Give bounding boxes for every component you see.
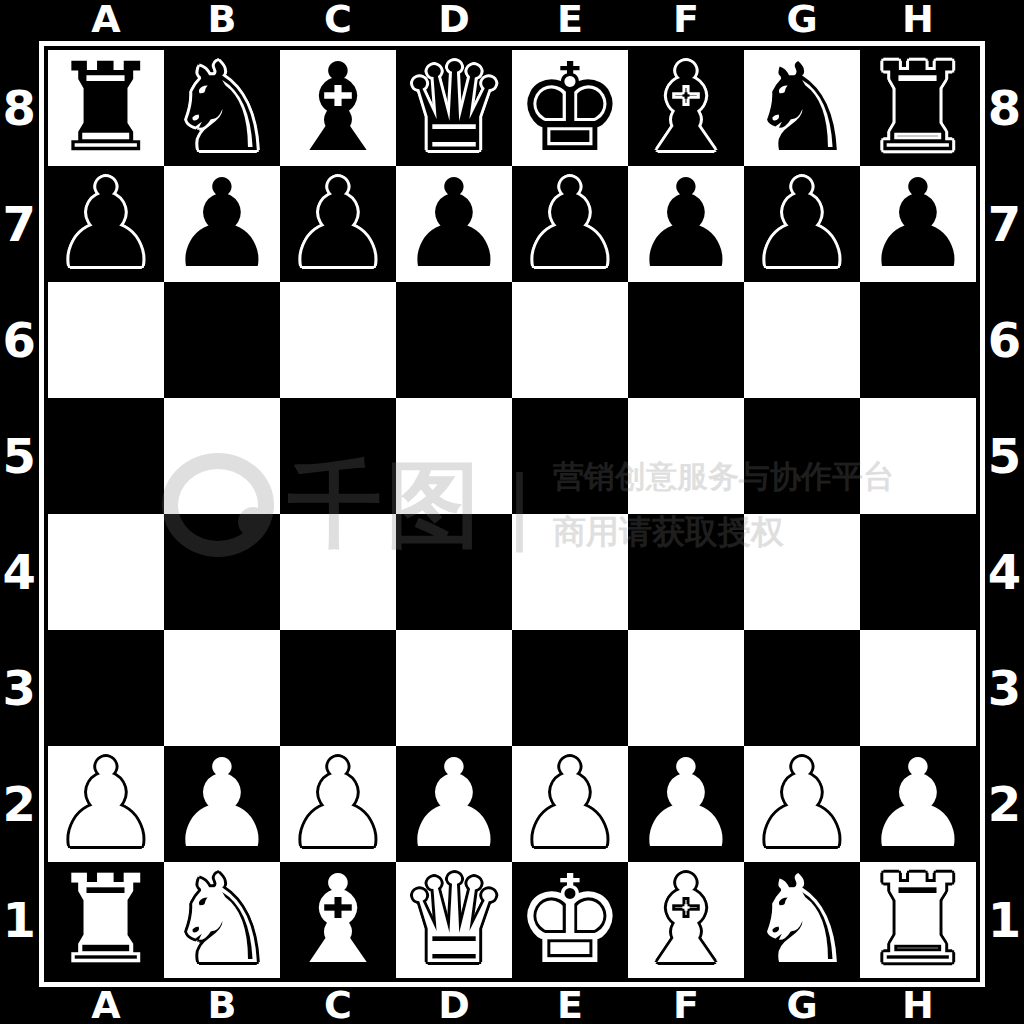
square-d4[interactable] [396, 514, 512, 630]
square-e3[interactable] [512, 630, 628, 746]
rank-labels-left: 87654321 [0, 50, 39, 978]
square-a2[interactable]: ♟ [48, 746, 164, 862]
black-pawn: ♟ [283, 166, 392, 282]
file-label-bottom-e: E [512, 986, 628, 1024]
square-c1[interactable]: ♝ [280, 862, 396, 978]
square-f8[interactable]: ♝ [628, 50, 744, 166]
file-labels-top: ABCDEFGH [48, 0, 976, 38]
square-f4[interactable] [628, 514, 744, 630]
square-b1[interactable]: ♞ [164, 862, 280, 978]
square-f1[interactable]: ♝ [628, 862, 744, 978]
rank-label-right-8: 8 [985, 50, 1024, 166]
rank-label-right-3: 3 [985, 630, 1024, 746]
black-pawn: ♟ [167, 166, 276, 282]
black-pawn: ♟ [631, 166, 740, 282]
board-frame: ♜♞♝♛♚♝♞♜♟♟♟♟♟♟♟♟♟♟♟♟♟♟♟♟♜♞♝♛♚♝♞♜ [39, 41, 985, 987]
square-b2[interactable]: ♟ [164, 746, 280, 862]
file-label-bottom-c: C [280, 986, 396, 1024]
square-d8[interactable]: ♛ [396, 50, 512, 166]
square-a5[interactable] [48, 398, 164, 514]
square-d2[interactable]: ♟ [396, 746, 512, 862]
white-pawn: ♟ [399, 746, 508, 862]
rank-label-left-3: 3 [0, 630, 39, 746]
white-pawn: ♟ [515, 746, 624, 862]
square-h3[interactable] [860, 630, 976, 746]
black-bishop: ♝ [631, 50, 740, 166]
square-f6[interactable] [628, 282, 744, 398]
square-g2[interactable]: ♟ [744, 746, 860, 862]
square-h6[interactable] [860, 282, 976, 398]
white-bishop: ♝ [631, 862, 740, 978]
square-b6[interactable] [164, 282, 280, 398]
square-e1[interactable]: ♚ [512, 862, 628, 978]
rank-label-left-8: 8 [0, 50, 39, 166]
rank-label-left-2: 2 [0, 746, 39, 862]
square-e4[interactable] [512, 514, 628, 630]
file-label-top-d: D [396, 0, 512, 38]
chess-diagram: ABCDEFGH 87654321 ♜♞♝♛♚♝♞♜♟♟♟♟♟♟♟♟♟♟♟♟♟♟… [0, 0, 1024, 1024]
black-rook: ♜ [51, 50, 160, 166]
square-c4[interactable] [280, 514, 396, 630]
file-label-top-b: B [164, 0, 280, 38]
white-pawn: ♟ [51, 746, 160, 862]
file-label-bottom-f: F [628, 986, 744, 1024]
square-f7[interactable]: ♟ [628, 166, 744, 282]
square-a7[interactable]: ♟ [48, 166, 164, 282]
square-g6[interactable] [744, 282, 860, 398]
square-d7[interactable]: ♟ [396, 166, 512, 282]
file-label-bottom-d: D [396, 986, 512, 1024]
white-rook: ♜ [51, 862, 160, 978]
square-g8[interactable]: ♞ [744, 50, 860, 166]
black-knight: ♞ [747, 50, 856, 166]
square-a6[interactable] [48, 282, 164, 398]
square-g1[interactable]: ♞ [744, 862, 860, 978]
square-d1[interactable]: ♛ [396, 862, 512, 978]
rank-label-left-4: 4 [0, 514, 39, 630]
rank-label-left-6: 6 [0, 282, 39, 398]
black-queen: ♛ [399, 50, 508, 166]
square-h1[interactable]: ♜ [860, 862, 976, 978]
black-pawn: ♟ [399, 166, 508, 282]
file-label-top-c: C [280, 0, 396, 38]
square-c8[interactable]: ♝ [280, 50, 396, 166]
black-king: ♚ [515, 50, 624, 166]
square-a8[interactable]: ♜ [48, 50, 164, 166]
square-h2[interactable]: ♟ [860, 746, 976, 862]
black-pawn: ♟ [863, 166, 972, 282]
file-label-top-f: F [628, 0, 744, 38]
file-labels-bottom: ABCDEFGH [48, 986, 976, 1024]
file-label-top-g: G [744, 0, 860, 38]
square-e5[interactable] [512, 398, 628, 514]
square-h5[interactable] [860, 398, 976, 514]
white-pawn: ♟ [167, 746, 276, 862]
square-g7[interactable]: ♟ [744, 166, 860, 282]
rank-label-right-2: 2 [985, 746, 1024, 862]
square-a4[interactable] [48, 514, 164, 630]
square-f5[interactable] [628, 398, 744, 514]
black-pawn: ♟ [51, 166, 160, 282]
square-f3[interactable] [628, 630, 744, 746]
black-knight: ♞ [167, 50, 276, 166]
square-e2[interactable]: ♟ [512, 746, 628, 862]
white-pawn: ♟ [747, 746, 856, 862]
black-rook: ♜ [863, 50, 972, 166]
white-king: ♚ [515, 862, 624, 978]
square-b3[interactable] [164, 630, 280, 746]
square-g3[interactable] [744, 630, 860, 746]
square-a1[interactable]: ♜ [48, 862, 164, 978]
square-c3[interactable] [280, 630, 396, 746]
file-label-top-e: E [512, 0, 628, 38]
square-d3[interactable] [396, 630, 512, 746]
rank-label-right-7: 7 [985, 166, 1024, 282]
white-knight: ♞ [167, 862, 276, 978]
square-b5[interactable] [164, 398, 280, 514]
white-rook: ♜ [863, 862, 972, 978]
rank-label-right-1: 1 [985, 862, 1024, 978]
white-knight: ♞ [747, 862, 856, 978]
square-h8[interactable]: ♜ [860, 50, 976, 166]
square-d6[interactable] [396, 282, 512, 398]
white-queen: ♛ [399, 862, 508, 978]
square-c2[interactable]: ♟ [280, 746, 396, 862]
rank-label-left-7: 7 [0, 166, 39, 282]
white-pawn: ♟ [863, 746, 972, 862]
file-label-bottom-b: B [164, 986, 280, 1024]
square-f2[interactable]: ♟ [628, 746, 744, 862]
square-g5[interactable] [744, 398, 860, 514]
black-pawn: ♟ [747, 166, 856, 282]
white-pawn: ♟ [283, 746, 392, 862]
file-label-bottom-g: G [744, 986, 860, 1024]
board-grid: ♜♞♝♛♚♝♞♜♟♟♟♟♟♟♟♟♟♟♟♟♟♟♟♟♜♞♝♛♚♝♞♜ [48, 50, 976, 978]
square-a3[interactable] [48, 630, 164, 746]
square-c7[interactable]: ♟ [280, 166, 396, 282]
file-label-top-h: H [860, 0, 976, 38]
square-b8[interactable]: ♞ [164, 50, 280, 166]
square-e8[interactable]: ♚ [512, 50, 628, 166]
square-h7[interactable]: ♟ [860, 166, 976, 282]
file-label-bottom-a: A [48, 986, 164, 1024]
file-label-top-a: A [48, 0, 164, 38]
square-d5[interactable] [396, 398, 512, 514]
square-e7[interactable]: ♟ [512, 166, 628, 282]
square-c5[interactable] [280, 398, 396, 514]
square-c6[interactable] [280, 282, 396, 398]
rank-label-right-5: 5 [985, 398, 1024, 514]
rank-label-left-1: 1 [0, 862, 39, 978]
black-pawn: ♟ [515, 166, 624, 282]
square-b4[interactable] [164, 514, 280, 630]
square-e6[interactable] [512, 282, 628, 398]
rank-label-right-4: 4 [985, 514, 1024, 630]
square-h4[interactable] [860, 514, 976, 630]
black-bishop: ♝ [283, 50, 392, 166]
square-g4[interactable] [744, 514, 860, 630]
white-bishop: ♝ [283, 862, 392, 978]
white-pawn: ♟ [631, 746, 740, 862]
rank-label-left-5: 5 [0, 398, 39, 514]
rank-labels-right: 87654321 [985, 50, 1024, 978]
file-label-bottom-h: H [860, 986, 976, 1024]
square-b7[interactable]: ♟ [164, 166, 280, 282]
rank-label-right-6: 6 [985, 282, 1024, 398]
